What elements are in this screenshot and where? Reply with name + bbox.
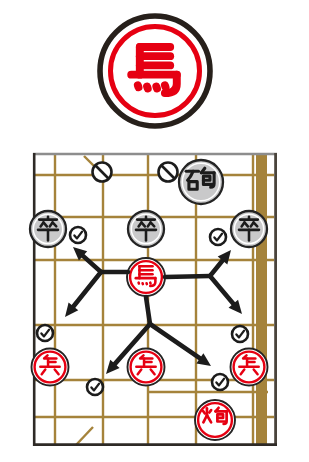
black-cannon-piece xyxy=(179,160,223,204)
black-soldier-left-piece xyxy=(30,211,66,247)
red-soldier-center-piece xyxy=(128,349,165,386)
allowed-move-badge xyxy=(70,227,86,243)
red-horse-piece xyxy=(127,258,165,296)
red-soldier-right-piece xyxy=(231,349,268,386)
blocked-move-badge xyxy=(159,163,178,182)
horse-emblem xyxy=(100,16,210,126)
allowed-move-badge xyxy=(212,374,228,390)
right-frame-stripe xyxy=(256,153,267,446)
board-grid xyxy=(33,153,274,446)
scene-canvas xyxy=(0,0,309,462)
black-soldier-center-piece xyxy=(128,211,164,247)
xiangqi-horse-rule-poster xyxy=(0,0,309,462)
red-soldier-left-piece xyxy=(32,349,69,386)
blocked-move-badge xyxy=(93,163,112,182)
allowed-move-badge xyxy=(37,325,53,341)
red-cannon-piece xyxy=(195,400,235,440)
allowed-move-badge xyxy=(210,229,226,245)
allowed-move-badge xyxy=(87,379,103,395)
black-soldier-right-piece xyxy=(231,211,267,247)
allowed-move-badge xyxy=(232,326,248,342)
board-frame xyxy=(33,153,277,446)
